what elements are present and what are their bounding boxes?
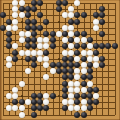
black-stone[interactable]: [25, 25, 31, 31]
white-stone[interactable]: [19, 112, 25, 118]
white-stone[interactable]: [87, 50, 93, 56]
go-board[interactable]: [0, 0, 120, 120]
black-stone[interactable]: [68, 19, 74, 25]
white-stone[interactable]: [81, 87, 87, 93]
black-stone[interactable]: [68, 62, 74, 68]
black-stone[interactable]: [31, 62, 37, 68]
white-stone[interactable]: [25, 99, 31, 105]
white-stone[interactable]: [19, 12, 25, 18]
white-stone[interactable]: [81, 99, 87, 105]
black-stone[interactable]: [99, 19, 105, 25]
black-stone[interactable]: [68, 74, 74, 80]
white-stone[interactable]: [43, 74, 49, 80]
white-stone[interactable]: [68, 93, 74, 99]
black-stone[interactable]: [93, 12, 99, 18]
black-stone[interactable]: [99, 56, 105, 62]
white-stone[interactable]: [93, 62, 99, 68]
black-stone[interactable]: [12, 50, 18, 56]
white-stone[interactable]: [93, 19, 99, 25]
black-stone[interactable]: [74, 43, 80, 49]
black-stone[interactable]: [93, 50, 99, 56]
black-stone[interactable]: [19, 6, 25, 12]
white-stone[interactable]: [37, 56, 43, 62]
black-stone[interactable]: [43, 105, 49, 111]
black-stone[interactable]: [93, 43, 99, 49]
black-stone[interactable]: [87, 87, 93, 93]
black-stone[interactable]: [87, 68, 93, 74]
white-stone[interactable]: [12, 43, 18, 49]
black-stone[interactable]: [62, 87, 68, 93]
black-stone[interactable]: [31, 56, 37, 62]
white-stone[interactable]: [74, 68, 80, 74]
black-stone[interactable]: [12, 99, 18, 105]
black-stone[interactable]: [99, 6, 105, 12]
white-stone[interactable]: [68, 25, 74, 31]
black-stone[interactable]: [68, 68, 74, 74]
black-stone[interactable]: [87, 74, 93, 80]
star-point: [58, 95, 60, 97]
star-point: [21, 58, 23, 60]
white-stone[interactable]: [50, 68, 56, 74]
black-stone[interactable]: [62, 105, 68, 111]
black-stone[interactable]: [6, 43, 12, 49]
white-stone[interactable]: [81, 50, 87, 56]
white-stone[interactable]: [37, 37, 43, 43]
black-stone[interactable]: [31, 6, 37, 12]
black-stone[interactable]: [31, 37, 37, 43]
star-point: [21, 95, 23, 97]
white-stone[interactable]: [62, 37, 68, 43]
black-stone[interactable]: [31, 31, 37, 37]
black-stone[interactable]: [50, 62, 56, 68]
black-stone[interactable]: [68, 37, 74, 43]
white-stone[interactable]: [43, 37, 49, 43]
black-stone[interactable]: [31, 19, 37, 25]
black-stone[interactable]: [81, 12, 87, 18]
black-stone[interactable]: [74, 112, 80, 118]
white-stone[interactable]: [12, 6, 18, 12]
star-point: [58, 21, 60, 23]
black-stone[interactable]: [93, 87, 99, 93]
white-stone[interactable]: [31, 50, 37, 56]
white-stone[interactable]: [68, 81, 74, 87]
black-stone[interactable]: [25, 56, 31, 62]
white-stone[interactable]: [19, 105, 25, 111]
white-stone[interactable]: [56, 31, 62, 37]
white-stone[interactable]: [62, 50, 68, 56]
black-stone[interactable]: [37, 12, 43, 18]
black-stone[interactable]: [25, 12, 31, 18]
black-stone[interactable]: [50, 31, 56, 37]
white-stone[interactable]: [12, 12, 18, 18]
black-stone[interactable]: [87, 93, 93, 99]
white-stone[interactable]: [68, 12, 74, 18]
white-stone[interactable]: [19, 31, 25, 37]
white-stone[interactable]: [74, 105, 80, 111]
black-stone[interactable]: [81, 81, 87, 87]
white-stone[interactable]: [93, 93, 99, 99]
black-stone[interactable]: [25, 43, 31, 49]
white-stone[interactable]: [12, 0, 18, 6]
white-stone[interactable]: [43, 93, 49, 99]
black-stone[interactable]: [0, 25, 6, 31]
white-stone[interactable]: [6, 93, 12, 99]
black-stone[interactable]: [81, 93, 87, 99]
black-stone[interactable]: [0, 12, 6, 18]
white-stone[interactable]: [62, 99, 68, 105]
grid-line: [115, 3, 116, 115]
black-stone[interactable]: [56, 0, 62, 6]
white-stone[interactable]: [62, 12, 68, 18]
white-stone[interactable]: [68, 99, 74, 105]
white-stone[interactable]: [68, 6, 74, 12]
black-stone[interactable]: [87, 62, 93, 68]
white-stone[interactable]: [81, 105, 87, 111]
star-point: [58, 58, 60, 60]
black-stone[interactable]: [93, 99, 99, 105]
black-stone[interactable]: [81, 43, 87, 49]
white-stone[interactable]: [6, 62, 12, 68]
black-stone[interactable]: [56, 62, 62, 68]
white-stone[interactable]: [81, 37, 87, 43]
white-stone[interactable]: [25, 68, 31, 74]
white-stone[interactable]: [43, 62, 49, 68]
white-stone[interactable]: [12, 19, 18, 25]
black-stone[interactable]: [56, 68, 62, 74]
white-stone[interactable]: [19, 50, 25, 56]
white-stone[interactable]: [37, 43, 43, 49]
black-stone[interactable]: [74, 31, 80, 37]
black-stone[interactable]: [62, 56, 68, 62]
white-stone[interactable]: [81, 62, 87, 68]
grid-line: [3, 77, 115, 78]
black-stone[interactable]: [62, 81, 68, 87]
black-stone[interactable]: [99, 12, 105, 18]
white-stone[interactable]: [6, 56, 12, 62]
white-stone[interactable]: [74, 56, 80, 62]
black-stone[interactable]: [25, 19, 31, 25]
black-stone[interactable]: [12, 56, 18, 62]
white-stone[interactable]: [87, 81, 93, 87]
white-stone[interactable]: [12, 105, 18, 111]
black-stone[interactable]: [81, 74, 87, 80]
white-stone[interactable]: [68, 105, 74, 111]
white-stone[interactable]: [68, 87, 74, 93]
black-stone[interactable]: [50, 37, 56, 43]
black-stone[interactable]: [62, 62, 68, 68]
black-stone[interactable]: [74, 93, 80, 99]
black-stone[interactable]: [81, 31, 87, 37]
black-stone[interactable]: [62, 43, 68, 49]
black-stone[interactable]: [37, 105, 43, 111]
white-stone[interactable]: [37, 50, 43, 56]
white-stone[interactable]: [6, 25, 12, 31]
white-stone[interactable]: [87, 43, 93, 49]
star-point: [21, 21, 23, 23]
black-stone[interactable]: [112, 43, 118, 49]
black-stone[interactable]: [99, 43, 105, 49]
black-stone[interactable]: [31, 43, 37, 49]
white-stone[interactable]: [19, 0, 25, 6]
white-stone[interactable]: [6, 105, 12, 111]
white-stone[interactable]: [93, 25, 99, 31]
white-stone[interactable]: [68, 50, 74, 56]
black-stone[interactable]: [31, 99, 37, 105]
black-stone[interactable]: [37, 25, 43, 31]
black-stone[interactable]: [6, 31, 12, 37]
white-stone[interactable]: [93, 56, 99, 62]
black-stone[interactable]: [74, 50, 80, 56]
black-stone[interactable]: [74, 62, 80, 68]
black-stone[interactable]: [37, 0, 43, 6]
black-stone[interactable]: [37, 99, 43, 105]
white-stone[interactable]: [43, 43, 49, 49]
white-stone[interactable]: [74, 37, 80, 43]
black-stone[interactable]: [37, 93, 43, 99]
white-stone[interactable]: [25, 50, 31, 56]
black-stone[interactable]: [87, 37, 93, 43]
black-stone[interactable]: [87, 105, 93, 111]
black-stone[interactable]: [62, 31, 68, 37]
white-stone[interactable]: [68, 43, 74, 49]
black-stone[interactable]: [6, 37, 12, 43]
black-stone[interactable]: [105, 43, 111, 49]
white-stone[interactable]: [19, 81, 25, 87]
black-stone[interactable]: [62, 0, 68, 6]
black-stone[interactable]: [56, 6, 62, 12]
black-stone[interactable]: [43, 50, 49, 56]
black-stone[interactable]: [99, 31, 105, 37]
black-stone[interactable]: [43, 19, 49, 25]
white-stone[interactable]: [81, 68, 87, 74]
black-stone[interactable]: [74, 12, 80, 18]
white-stone[interactable]: [25, 31, 31, 37]
black-stone[interactable]: [81, 56, 87, 62]
black-stone[interactable]: [50, 43, 56, 49]
black-stone[interactable]: [31, 105, 37, 111]
white-stone[interactable]: [68, 31, 74, 37]
white-stone[interactable]: [74, 87, 80, 93]
white-stone[interactable]: [12, 87, 18, 93]
black-stone[interactable]: [62, 93, 68, 99]
black-stone[interactable]: [81, 112, 87, 118]
black-stone[interactable]: [62, 68, 68, 74]
black-stone[interactable]: [19, 99, 25, 105]
black-stone[interactable]: [25, 37, 31, 43]
white-stone[interactable]: [87, 56, 93, 62]
white-stone[interactable]: [74, 74, 80, 80]
black-stone[interactable]: [31, 112, 37, 118]
white-stone[interactable]: [62, 25, 68, 31]
black-stone[interactable]: [31, 93, 37, 99]
black-stone[interactable]: [74, 19, 80, 25]
white-stone[interactable]: [74, 81, 80, 87]
white-stone[interactable]: [43, 56, 49, 62]
white-stone[interactable]: [12, 93, 18, 99]
black-stone[interactable]: [74, 99, 80, 105]
black-stone[interactable]: [87, 99, 93, 105]
white-stone[interactable]: [19, 37, 25, 43]
black-stone[interactable]: [62, 74, 68, 80]
black-stone[interactable]: [43, 31, 49, 37]
black-stone[interactable]: [6, 19, 12, 25]
black-stone[interactable]: [31, 0, 37, 6]
black-stone[interactable]: [68, 56, 74, 62]
black-stone[interactable]: [31, 25, 37, 31]
grid-line: [108, 3, 109, 115]
white-stone[interactable]: [74, 0, 80, 6]
black-stone[interactable]: [99, 62, 105, 68]
black-stone[interactable]: [50, 93, 56, 99]
white-stone[interactable]: [43, 99, 49, 105]
black-stone[interactable]: [25, 6, 31, 12]
white-stone[interactable]: [12, 25, 18, 31]
